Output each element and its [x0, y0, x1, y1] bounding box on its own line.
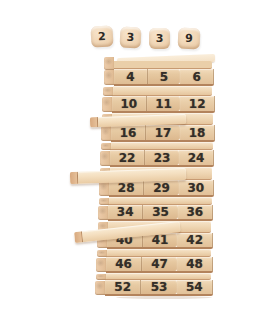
numbered-block[interactable]: 22: [110, 150, 145, 165]
numbered-block-row: 282930: [109, 180, 214, 197]
numbered-block[interactable]: 29: [144, 180, 178, 195]
layer-left-end-face: [96, 258, 106, 272]
die-face-value: 3: [126, 32, 134, 43]
plain-block-layer: [108, 221, 211, 233]
block-number: 23: [154, 151, 171, 165]
layer-left-end-face: [101, 143, 111, 150]
number-die[interactable]: 2: [90, 25, 113, 47]
block-number: 22: [119, 151, 136, 165]
tower-top-front-face: [114, 61, 212, 69]
numbered-block-row: 525354: [105, 280, 213, 296]
numbered-block[interactable]: 53: [141, 280, 176, 294]
block-number: 4: [126, 70, 134, 84]
number-die[interactable]: 9: [178, 28, 201, 50]
numbered-block[interactable]: 5: [148, 69, 181, 84]
layer-left-end-face: [98, 206, 108, 220]
numbered-block[interactable]: 11: [147, 96, 181, 111]
block-number: 10: [120, 97, 137, 111]
block-number: 30: [187, 181, 204, 195]
plain-block-layer: [112, 113, 213, 125]
block-number: 35: [152, 205, 169, 219]
numbered-block[interactable]: 6: [180, 69, 214, 84]
layer-left-end-face: [100, 151, 110, 166]
numbered-block-row: 464748: [106, 257, 213, 273]
block-number: 5: [160, 70, 168, 84]
plain-block-layer: [109, 197, 212, 205]
numbered-block[interactable]: 54: [177, 280, 213, 294]
tower-top-layer: [114, 56, 212, 69]
block-number: 28: [118, 181, 135, 195]
layer-left-end-face: [104, 70, 114, 85]
numbered-block[interactable]: 10: [112, 96, 147, 111]
plain-block-layer: [110, 167, 212, 180]
numbered-block-row: 222324: [110, 150, 214, 167]
block-number: 41: [152, 233, 169, 247]
layer-left-end-face: [97, 250, 107, 257]
block-number: 12: [189, 97, 206, 111]
block-number: 24: [188, 151, 205, 165]
plain-block-layer: [106, 273, 211, 280]
numbered-block[interactable]: 34: [108, 205, 143, 219]
numbered-block[interactable]: 24: [179, 150, 214, 165]
block-number: 11: [155, 97, 172, 111]
numbered-block[interactable]: 47: [142, 257, 177, 271]
numbered-block[interactable]: 18: [180, 125, 215, 140]
die-face-value: 2: [98, 31, 106, 42]
block-number: 34: [117, 205, 134, 219]
block-number: 42: [186, 233, 203, 247]
pulled-out-block-end-face: [74, 231, 83, 243]
numbered-block[interactable]: 4: [114, 69, 148, 84]
plain-block-layer: [111, 142, 213, 150]
block-number: 53: [151, 280, 168, 294]
numbered-block[interactable]: 36: [178, 205, 213, 219]
plain-block-layer: [107, 249, 211, 257]
layer-left-end-face: [95, 281, 105, 295]
block-number: 46: [115, 257, 132, 271]
numbered-block[interactable]: 17: [146, 125, 180, 140]
layer-left-end-face: [102, 97, 112, 112]
layer-left-end-face: [103, 87, 113, 96]
block-number: 16: [120, 126, 137, 140]
numbered-block[interactable]: 48: [177, 257, 213, 271]
number-die[interactable]: 3: [120, 27, 142, 49]
numbered-block[interactable]: 52: [105, 280, 141, 294]
numbered-block[interactable]: 16: [111, 125, 146, 140]
plain-block-layer: [113, 86, 212, 96]
layer-left-end-face: [104, 57, 114, 70]
layer-left-end-face: [101, 126, 111, 141]
block-number: 36: [186, 205, 203, 219]
block-number: 54: [186, 280, 203, 294]
numbered-block[interactable]: 23: [145, 150, 179, 165]
numbered-block[interactable]: 42: [177, 233, 213, 247]
numbered-block-row: 456: [114, 69, 214, 86]
numbered-block-row: 161718: [111, 125, 215, 142]
number-die[interactable]: 3: [149, 28, 170, 49]
block-number: 48: [186, 257, 203, 271]
die-face-value: 3: [156, 33, 164, 44]
block-number: 29: [153, 181, 170, 195]
block-number: 6: [193, 70, 201, 84]
block-number: 47: [151, 257, 168, 271]
product-photo-scene: 2339 45610111216171822232428293034353640…: [0, 0, 280, 320]
numbered-block[interactable]: 30: [179, 180, 214, 195]
block-number: 52: [114, 280, 131, 294]
pulled-out-block-end-face: [90, 117, 98, 127]
numbered-block-row: 101112: [112, 96, 215, 113]
numbered-block[interactable]: 46: [106, 257, 142, 271]
die-face-value: 9: [185, 33, 193, 44]
numbered-block-row: 343536: [108, 205, 213, 221]
layer-left-end-face: [99, 198, 109, 205]
block-tower: 4561011121617182223242829303435364041424…: [112, 56, 212, 296]
numbered-block[interactable]: 35: [143, 205, 177, 219]
block-number: 17: [155, 126, 172, 140]
pulled-out-block-end-face: [70, 172, 78, 184]
numbered-block[interactable]: 12: [180, 96, 215, 111]
block-number: 18: [189, 126, 206, 140]
layer-left-end-face: [99, 181, 109, 196]
